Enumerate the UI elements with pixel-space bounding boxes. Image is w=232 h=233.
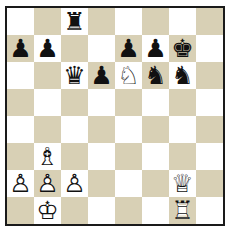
white-pawn-outline: ♙ (7, 170, 34, 197)
square-c4[interactable] (61, 116, 88, 143)
square-e3[interactable] (115, 143, 142, 170)
white-pawn[interactable]: ♟♙ (34, 170, 61, 197)
white-knight-outline: ♘ (115, 62, 142, 89)
square-c8[interactable]: ♜ (61, 8, 88, 35)
white-pawn-outline: ♙ (61, 170, 88, 197)
square-b5[interactable] (34, 89, 61, 116)
square-a6[interactable] (7, 62, 34, 89)
square-c2[interactable]: ♟♙ (61, 170, 88, 197)
square-c7[interactable] (61, 35, 88, 62)
chess-diagram: ♜♟♟♟♟♚♛♟♞♘♞♞♝♗♟♙♟♙♟♙♛♕♚♔♜♖ (5, 6, 225, 226)
square-h6[interactable] (196, 62, 223, 89)
square-b2[interactable]: ♟♙ (34, 170, 61, 197)
square-d7[interactable] (88, 35, 115, 62)
square-a5[interactable] (7, 89, 34, 116)
square-h8[interactable] (196, 8, 223, 35)
square-h4[interactable] (196, 116, 223, 143)
square-d4[interactable] (88, 116, 115, 143)
black-pawn[interactable]: ♟ (88, 62, 115, 89)
square-d5[interactable] (88, 89, 115, 116)
square-f7[interactable]: ♟ (142, 35, 169, 62)
white-rook[interactable]: ♜♖ (169, 197, 196, 224)
square-b6[interactable] (34, 62, 61, 89)
square-c5[interactable] (61, 89, 88, 116)
square-d3[interactable] (88, 143, 115, 170)
white-pawn[interactable]: ♟♙ (61, 170, 88, 197)
square-g4[interactable] (169, 116, 196, 143)
square-a4[interactable] (7, 116, 34, 143)
square-g3[interactable] (169, 143, 196, 170)
black-king[interactable]: ♚ (169, 35, 196, 62)
square-f5[interactable] (142, 89, 169, 116)
black-knight[interactable]: ♞ (169, 62, 196, 89)
white-king[interactable]: ♚♔ (34, 197, 61, 224)
square-c1[interactable] (61, 197, 88, 224)
white-queen-outline: ♕ (169, 170, 196, 197)
white-king-outline: ♔ (34, 197, 61, 224)
black-knight[interactable]: ♞ (142, 62, 169, 89)
square-b4[interactable] (34, 116, 61, 143)
white-bishop[interactable]: ♝♗ (34, 143, 61, 170)
square-c3[interactable] (61, 143, 88, 170)
square-b3[interactable]: ♝♗ (34, 143, 61, 170)
square-g7[interactable]: ♚ (169, 35, 196, 62)
square-f6[interactable]: ♞ (142, 62, 169, 89)
white-pawn-outline: ♙ (34, 170, 61, 197)
white-rook-outline: ♖ (169, 197, 196, 224)
square-b7[interactable]: ♟ (34, 35, 61, 62)
chess-board: ♜♟♟♟♟♚♛♟♞♘♞♞♝♗♟♙♟♙♟♙♛♕♚♔♜♖ (5, 6, 225, 226)
square-g6[interactable]: ♞ (169, 62, 196, 89)
square-d2[interactable] (88, 170, 115, 197)
square-g2[interactable]: ♛♕ (169, 170, 196, 197)
square-e4[interactable] (115, 116, 142, 143)
square-f2[interactable] (142, 170, 169, 197)
square-a1[interactable] (7, 197, 34, 224)
square-d1[interactable] (88, 197, 115, 224)
square-e8[interactable] (115, 8, 142, 35)
square-e5[interactable] (115, 89, 142, 116)
square-e2[interactable] (115, 170, 142, 197)
square-f3[interactable] (142, 143, 169, 170)
white-knight[interactable]: ♞♘ (115, 62, 142, 89)
square-g1[interactable]: ♜♖ (169, 197, 196, 224)
square-b1[interactable]: ♚♔ (34, 197, 61, 224)
square-f8[interactable] (142, 8, 169, 35)
square-a2[interactable]: ♟♙ (7, 170, 34, 197)
square-e6[interactable]: ♞♘ (115, 62, 142, 89)
square-f1[interactable] (142, 197, 169, 224)
square-f4[interactable] (142, 116, 169, 143)
square-c6[interactable]: ♛ (61, 62, 88, 89)
square-e1[interactable] (115, 197, 142, 224)
square-h3[interactable] (196, 143, 223, 170)
black-pawn[interactable]: ♟ (7, 35, 34, 62)
black-pawn[interactable]: ♟ (115, 35, 142, 62)
square-h2[interactable] (196, 170, 223, 197)
black-pawn[interactable]: ♟ (34, 35, 61, 62)
square-h1[interactable] (196, 197, 223, 224)
square-d8[interactable] (88, 8, 115, 35)
square-b8[interactable] (34, 8, 61, 35)
square-d6[interactable]: ♟ (88, 62, 115, 89)
square-a7[interactable]: ♟ (7, 35, 34, 62)
square-h7[interactable] (196, 35, 223, 62)
square-h5[interactable] (196, 89, 223, 116)
square-g8[interactable] (169, 8, 196, 35)
square-e7[interactable]: ♟ (115, 35, 142, 62)
square-g5[interactable] (169, 89, 196, 116)
white-pawn[interactable]: ♟♙ (7, 170, 34, 197)
black-queen[interactable]: ♛ (61, 62, 88, 89)
square-a3[interactable] (7, 143, 34, 170)
black-pawn[interactable]: ♟ (142, 35, 169, 62)
square-a8[interactable] (7, 8, 34, 35)
black-rook[interactable]: ♜ (61, 8, 88, 35)
white-bishop-outline: ♗ (34, 143, 61, 170)
white-queen[interactable]: ♛♕ (169, 170, 196, 197)
